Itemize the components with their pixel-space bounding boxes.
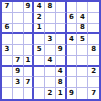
cell-r3c1[interactable]: 6	[2, 24, 13, 35]
cell-r2c7[interactable]: 6	[67, 13, 78, 24]
cell-r3c3[interactable]	[24, 24, 35, 35]
cell-r5c9[interactable]: 8	[88, 45, 99, 56]
given-digit: 8	[91, 46, 96, 53]
cell-r2c3[interactable]	[24, 13, 35, 24]
cell-r6c5[interactable]: 4	[45, 56, 56, 67]
cell-r4c4[interactable]	[34, 34, 45, 45]
cell-r1c1[interactable]: 7	[2, 2, 13, 13]
cell-r8c1[interactable]	[2, 77, 13, 88]
cell-r6c1[interactable]	[2, 56, 13, 67]
cell-r4c8[interactable]: 5	[77, 34, 88, 45]
cell-r9c3[interactable]	[24, 88, 35, 99]
cell-r1c4[interactable]: 4	[34, 2, 45, 13]
cell-r1c2[interactable]	[13, 2, 24, 13]
cell-r8c8[interactable]	[77, 77, 88, 88]
cell-r7c4[interactable]	[34, 67, 45, 78]
sudoku-board: 794826461834535987149423782197	[0, 0, 101, 101]
given-digit: 7	[91, 90, 96, 97]
cell-r8c2[interactable]: 3	[13, 77, 24, 88]
cell-r8c5[interactable]	[45, 77, 56, 88]
cell-r7c7[interactable]	[67, 67, 78, 78]
given-digit: 9	[69, 90, 74, 97]
given-digit: 9	[58, 46, 63, 53]
cell-r1c7[interactable]	[67, 2, 78, 13]
cell-r8c7[interactable]	[67, 77, 78, 88]
cell-r8c4[interactable]	[34, 77, 45, 88]
cell-r5c1[interactable]: 3	[2, 45, 13, 56]
given-digit: 6	[4, 24, 9, 31]
cell-r1c9[interactable]	[88, 2, 99, 13]
cell-r7c1[interactable]	[2, 67, 13, 78]
cell-r2c8[interactable]: 4	[77, 13, 88, 24]
cell-r5c2[interactable]	[13, 45, 24, 56]
cell-r4c5[interactable]: 3	[45, 34, 56, 45]
cell-r4c3[interactable]	[24, 34, 35, 45]
cell-r6c8[interactable]	[77, 56, 88, 67]
cell-r5c3[interactable]	[24, 45, 35, 56]
given-digit: 1	[58, 90, 63, 97]
cell-r2c2[interactable]	[13, 13, 24, 24]
cell-r7c6[interactable]: 4	[56, 67, 67, 78]
cell-r2c6[interactable]	[56, 13, 67, 24]
given-digit: 8	[80, 24, 85, 31]
given-digit: 4	[69, 36, 74, 43]
cell-r3c2[interactable]	[13, 24, 24, 35]
given-digit: 1	[26, 57, 31, 64]
cell-r5c4[interactable]: 5	[34, 45, 45, 56]
given-digit: 7	[15, 57, 20, 64]
cell-r7c3[interactable]	[24, 67, 35, 78]
cell-r5c5[interactable]	[45, 45, 56, 56]
cell-r5c7[interactable]	[67, 45, 78, 56]
cell-r3c5[interactable]	[45, 24, 56, 35]
given-digit: 4	[80, 14, 85, 21]
cell-r6c2[interactable]: 7	[13, 56, 24, 67]
given-digit: 8	[48, 3, 53, 10]
cell-r6c4[interactable]	[34, 56, 45, 67]
given-digit: 1	[37, 24, 42, 31]
cell-r3c9[interactable]	[88, 24, 99, 35]
given-digit: 3	[48, 36, 53, 43]
cell-r6c6[interactable]	[56, 56, 67, 67]
cell-r8c9[interactable]	[88, 77, 99, 88]
cell-r4c2[interactable]	[13, 34, 24, 45]
cell-r2c4[interactable]: 2	[34, 13, 45, 24]
given-digit: 6	[69, 14, 74, 21]
cell-r7c9[interactable]: 2	[88, 67, 99, 78]
cell-r8c3[interactable]: 7	[24, 77, 35, 88]
cell-r2c5[interactable]	[45, 13, 56, 24]
given-digit: 8	[58, 79, 63, 86]
cell-r9c8[interactable]	[77, 88, 88, 99]
cell-r3c7[interactable]	[67, 24, 78, 35]
cell-r1c3[interactable]: 9	[24, 2, 35, 13]
cell-r1c5[interactable]: 8	[45, 2, 56, 13]
cell-r7c5[interactable]	[45, 67, 56, 78]
cell-r1c6[interactable]	[56, 2, 67, 13]
cell-r9c7[interactable]: 9	[67, 88, 78, 99]
given-digit: 2	[48, 90, 53, 97]
given-digit: 4	[58, 68, 63, 75]
cell-r8c6[interactable]: 8	[56, 77, 67, 88]
given-digit: 3	[15, 79, 20, 86]
cell-r9c2[interactable]	[13, 88, 24, 99]
cell-r4c6[interactable]	[56, 34, 67, 45]
cell-r7c8[interactable]	[77, 67, 88, 78]
cell-r1c8[interactable]	[77, 2, 88, 13]
cell-r4c7[interactable]: 4	[67, 34, 78, 45]
given-digit: 3	[4, 46, 9, 53]
given-digit: 5	[80, 36, 85, 43]
given-digit: 9	[15, 68, 20, 75]
cell-r4c9[interactable]	[88, 34, 99, 45]
cell-r9c6[interactable]: 1	[56, 88, 67, 99]
cell-r5c6[interactable]: 9	[56, 45, 67, 56]
cell-r3c8[interactable]: 8	[77, 24, 88, 35]
cell-r6c7[interactable]	[67, 56, 78, 67]
given-digit: 7	[4, 3, 9, 10]
cell-r5c8[interactable]	[77, 45, 88, 56]
given-digit: 2	[91, 68, 96, 75]
given-digit: 5	[37, 46, 42, 53]
cell-r3c6[interactable]	[56, 24, 67, 35]
cell-r6c9[interactable]	[88, 56, 99, 67]
given-digit: 2	[37, 14, 42, 21]
cell-r9c9[interactable]: 7	[88, 88, 99, 99]
cell-r3c4[interactable]: 1	[34, 24, 45, 35]
cell-r9c4[interactable]	[34, 88, 45, 99]
given-digit: 9	[26, 3, 31, 10]
cell-r9c5[interactable]: 2	[45, 88, 56, 99]
cell-r9c1[interactable]	[2, 88, 13, 99]
cell-r4c1[interactable]	[2, 34, 13, 45]
given-digit: 4	[37, 3, 42, 10]
given-digit: 4	[48, 57, 53, 64]
cell-r2c9[interactable]	[88, 13, 99, 24]
cell-r7c2[interactable]: 9	[13, 67, 24, 78]
given-digit: 7	[26, 79, 31, 86]
cell-r2c1[interactable]	[2, 13, 13, 24]
cell-r6c3[interactable]: 1	[24, 56, 35, 67]
